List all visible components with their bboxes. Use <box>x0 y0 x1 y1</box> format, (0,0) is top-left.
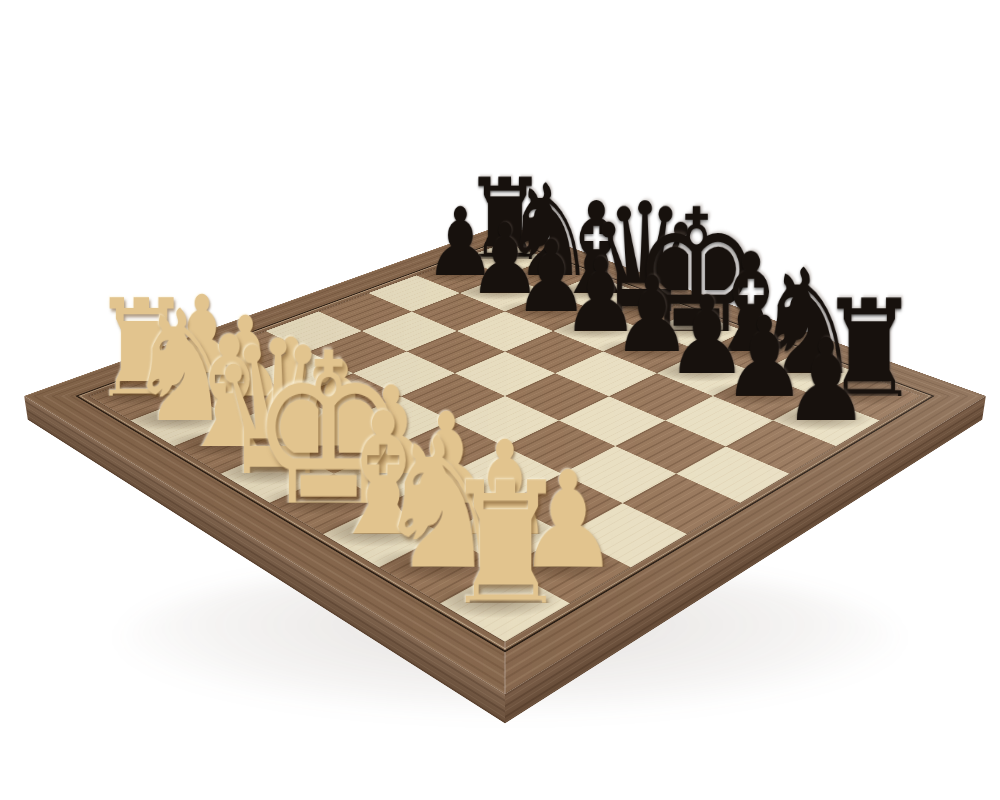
chess-set-product-photo: ♜♞♝♛♚♝♞♜♟♟♟♟♟♟♟♟♟♟♟♟♟♟♟♟♜♞♝♛♚♝♞♜ <box>0 0 1000 800</box>
pieces-layer: ♜♞♝♛♚♝♞♜♟♟♟♟♟♟♟♟♟♟♟♟♟♟♟♟♜♞♝♛♚♝♞♜ <box>89 243 921 642</box>
